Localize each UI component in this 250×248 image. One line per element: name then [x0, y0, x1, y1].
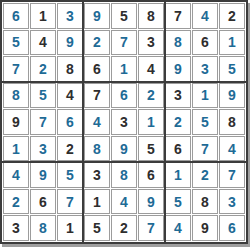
cell-r3c2[interactable]: 2 — [30, 56, 56, 82]
cell-r7c1[interactable]: 4 — [3, 162, 29, 188]
cell-r5c8[interactable]: 5 — [192, 109, 218, 135]
cell-r2c5[interactable]: 7 — [111, 30, 137, 56]
cell-r9c2[interactable]: 8 — [30, 215, 56, 241]
cell-r8c9[interactable]: 3 — [219, 189, 245, 215]
cell-r9c6[interactable]: 7 — [138, 215, 164, 241]
cell-r2c4[interactable]: 2 — [84, 30, 110, 56]
cell-r7c2[interactable]: 9 — [30, 162, 56, 188]
cell-r1c3[interactable]: 3 — [57, 3, 83, 29]
cell-r7c6[interactable]: 6 — [138, 162, 164, 188]
cell-r8c2[interactable]: 6 — [30, 189, 56, 215]
cell-r8c8[interactable]: 8 — [192, 189, 218, 215]
cell-r4c1[interactable]: 8 — [3, 83, 29, 109]
box-separator-horizontal-1 — [2, 81, 246, 83]
cell-r1c8[interactable]: 4 — [192, 3, 218, 29]
cell-r3c3[interactable]: 8 — [57, 56, 83, 82]
cell-r9c3[interactable]: 1 — [57, 215, 83, 241]
cell-r6c8[interactable]: 7 — [192, 136, 218, 162]
cell-r6c4[interactable]: 8 — [84, 136, 110, 162]
cell-r6c6[interactable]: 5 — [138, 136, 164, 162]
cell-r1c7[interactable]: 7 — [165, 3, 191, 29]
cell-r4c5[interactable]: 6 — [111, 83, 137, 109]
cell-r4c7[interactable]: 3 — [165, 83, 191, 109]
cell-r4c9[interactable]: 9 — [219, 83, 245, 109]
cell-r7c3[interactable]: 5 — [57, 162, 83, 188]
cell-r3c4[interactable]: 6 — [84, 56, 110, 82]
cell-r1c4[interactable]: 9 — [84, 3, 110, 29]
cell-r7c8[interactable]: 2 — [192, 162, 218, 188]
box-separator-vertical-1 — [82, 2, 84, 242]
cell-r6c1[interactable]: 1 — [3, 136, 29, 162]
cell-r5c3[interactable]: 6 — [57, 109, 83, 135]
cell-r1c6[interactable]: 8 — [138, 3, 164, 29]
cell-r1c2[interactable]: 1 — [30, 3, 56, 29]
cell-r7c5[interactable]: 8 — [111, 162, 137, 188]
cell-r8c3[interactable]: 7 — [57, 189, 83, 215]
cell-r6c7[interactable]: 6 — [165, 136, 191, 162]
cell-r2c6[interactable]: 3 — [138, 30, 164, 56]
cell-r9c4[interactable]: 5 — [84, 215, 110, 241]
cell-r5c6[interactable]: 1 — [138, 109, 164, 135]
cell-r2c9[interactable]: 1 — [219, 30, 245, 56]
cell-r5c7[interactable]: 2 — [165, 109, 191, 135]
cell-r2c8[interactable]: 6 — [192, 30, 218, 56]
cell-r6c9[interactable]: 4 — [219, 136, 245, 162]
cell-r1c9[interactable]: 2 — [219, 3, 245, 29]
cell-r4c6[interactable]: 2 — [138, 83, 164, 109]
cell-r8c1[interactable]: 2 — [3, 189, 29, 215]
cell-r3c5[interactable]: 1 — [111, 56, 137, 82]
cell-r7c4[interactable]: 3 — [84, 162, 110, 188]
box-separator-horizontal-2 — [2, 161, 246, 163]
cell-r8c6[interactable]: 9 — [138, 189, 164, 215]
cell-r7c9[interactable]: 7 — [219, 162, 245, 188]
cell-r5c1[interactable]: 9 — [3, 109, 29, 135]
cell-r4c3[interactable]: 4 — [57, 83, 83, 109]
cell-r9c5[interactable]: 2 — [111, 215, 137, 241]
cell-r5c4[interactable]: 4 — [84, 109, 110, 135]
cell-r9c8[interactable]: 9 — [192, 215, 218, 241]
cell-r4c4[interactable]: 7 — [84, 83, 110, 109]
cell-r8c5[interactable]: 4 — [111, 189, 137, 215]
cell-r4c2[interactable]: 5 — [30, 83, 56, 109]
cell-r5c9[interactable]: 8 — [219, 109, 245, 135]
box-separator-vertical-2 — [164, 2, 166, 242]
sudoku-board: 6139587425492738617286149358547623199764… — [0, 0, 248, 244]
cell-r9c9[interactable]: 6 — [219, 215, 245, 241]
cell-r5c5[interactable]: 3 — [111, 109, 137, 135]
cell-r2c7[interactable]: 8 — [165, 30, 191, 56]
cell-r2c1[interactable]: 5 — [3, 30, 29, 56]
cell-r2c2[interactable]: 4 — [30, 30, 56, 56]
cell-r6c5[interactable]: 9 — [111, 136, 137, 162]
cell-r7c7[interactable]: 1 — [165, 162, 191, 188]
cell-r9c1[interactable]: 3 — [3, 215, 29, 241]
cell-r3c1[interactable]: 7 — [3, 56, 29, 82]
cell-r6c3[interactable]: 2 — [57, 136, 83, 162]
cell-r3c7[interactable]: 9 — [165, 56, 191, 82]
cell-r6c2[interactable]: 3 — [30, 136, 56, 162]
cell-r5c2[interactable]: 7 — [30, 109, 56, 135]
cell-r9c7[interactable]: 4 — [165, 215, 191, 241]
cell-r1c1[interactable]: 6 — [3, 3, 29, 29]
cell-r4c8[interactable]: 1 — [192, 83, 218, 109]
cell-r3c6[interactable]: 4 — [138, 56, 164, 82]
cell-r1c5[interactable]: 5 — [111, 3, 137, 29]
cell-r3c8[interactable]: 3 — [192, 56, 218, 82]
cell-r3c9[interactable]: 5 — [219, 56, 245, 82]
cell-r8c4[interactable]: 1 — [84, 189, 110, 215]
sudoku-grid: 6139587425492738617286149358547623199764… — [2, 2, 246, 242]
cell-r2c3[interactable]: 9 — [57, 30, 83, 56]
cell-r8c7[interactable]: 5 — [165, 189, 191, 215]
